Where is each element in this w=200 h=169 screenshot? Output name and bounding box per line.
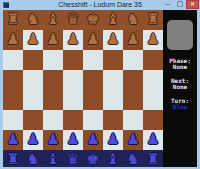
piece-brown-pawn: ♟	[26, 30, 39, 49]
square-d8[interactable]: ♛	[63, 10, 83, 30]
minimize-button[interactable]: –	[162, 0, 174, 9]
square-a3[interactable]	[3, 110, 23, 130]
square-b8[interactable]: ♞	[23, 10, 43, 30]
piece-brown-rook: ♜	[146, 10, 159, 29]
piece-blue-queen: ♛	[66, 150, 79, 167]
square-f6[interactable]	[103, 50, 123, 70]
piece-brown-pawn: ♟	[6, 30, 19, 49]
piece-blue-pawn: ♟	[106, 130, 119, 149]
piece-blue-rook: ♜	[6, 150, 19, 167]
piece-blue-knight: ♞	[26, 150, 39, 167]
square-a8[interactable]: ♜	[3, 10, 23, 30]
piece-brown-bishop: ♝	[46, 10, 59, 29]
square-c5[interactable]	[43, 70, 63, 90]
piece-blue-rook: ♜	[146, 150, 159, 167]
piece-blue-pawn: ♟	[66, 130, 79, 149]
square-b7[interactable]: ♟	[23, 30, 43, 50]
square-a5[interactable]	[3, 70, 23, 90]
square-g8[interactable]: ♞	[123, 10, 143, 30]
square-g4[interactable]	[123, 90, 143, 110]
square-h8[interactable]: ♜	[143, 10, 163, 30]
piece-brown-bishop: ♝	[106, 10, 119, 29]
phase-status: Phase: None	[169, 58, 191, 70]
chess-board: ♜♞♝♛♚♝♞♜♟♟♟♟♟♟♟♟♟♟♟♟♟♟♟♟♜♞♝♛♚♝♞♜	[3, 10, 163, 167]
phase-value: None	[169, 64, 191, 70]
piece-blue-bishop: ♝	[46, 150, 59, 167]
piece-blue-king: ♚	[86, 150, 99, 167]
piece-blue-pawn: ♟	[26, 130, 39, 149]
square-c4[interactable]	[43, 90, 63, 110]
square-d4[interactable]	[63, 90, 83, 110]
square-e6[interactable]	[83, 50, 103, 70]
square-g1[interactable]: ♞	[123, 150, 143, 167]
next-status: Next: None	[171, 78, 189, 90]
piece-blue-knight: ♞	[126, 150, 139, 167]
piece-blue-pawn: ♟	[126, 130, 139, 149]
square-h5[interactable]	[143, 70, 163, 90]
square-c3[interactable]	[43, 110, 63, 130]
square-c2[interactable]: ♟	[43, 130, 63, 150]
piece-blue-pawn: ♟	[46, 130, 59, 149]
piece-brown-pawn: ♟	[86, 30, 99, 49]
square-c8[interactable]: ♝	[43, 10, 63, 30]
piece-brown-pawn: ♟	[46, 30, 59, 49]
square-h4[interactable]	[143, 90, 163, 110]
square-h1[interactable]: ♜	[143, 150, 163, 167]
turn-value: Blue	[171, 104, 189, 110]
square-e3[interactable]	[83, 110, 103, 130]
piece-blue-pawn: ♟	[86, 130, 99, 149]
piece-preview-swatch	[167, 20, 193, 50]
square-c6[interactable]	[43, 50, 63, 70]
square-g5[interactable]	[123, 70, 143, 90]
next-value: None	[171, 84, 189, 90]
piece-brown-pawn: ♟	[106, 30, 119, 49]
square-b5[interactable]	[23, 70, 43, 90]
square-d6[interactable]	[63, 50, 83, 70]
title-bar[interactable]: Chesshift - Ludum Dare 35 – ▢ ✕	[0, 0, 200, 10]
piece-brown-rook: ♜	[6, 10, 19, 29]
square-b4[interactable]	[23, 90, 43, 110]
square-h7[interactable]: ♟	[143, 30, 163, 50]
square-d1[interactable]: ♛	[63, 150, 83, 167]
square-e2[interactable]: ♟	[83, 130, 103, 150]
square-f3[interactable]	[103, 110, 123, 130]
square-e5[interactable]	[83, 70, 103, 90]
piece-brown-queen: ♛	[66, 10, 79, 29]
square-a6[interactable]	[3, 50, 23, 70]
piece-blue-pawn: ♟	[146, 130, 159, 149]
app-window: Chesshift - Ludum Dare 35 – ▢ ✕ ♜♞♝♛♚♝♞♜…	[0, 0, 200, 169]
square-f1[interactable]: ♝	[103, 150, 123, 167]
square-f5[interactable]	[103, 70, 123, 90]
square-a1[interactable]: ♜	[3, 150, 23, 167]
piece-brown-knight: ♞	[126, 10, 139, 29]
square-c7[interactable]: ♟	[43, 30, 63, 50]
square-e4[interactable]	[83, 90, 103, 110]
square-f8[interactable]: ♝	[103, 10, 123, 30]
window-controls: – ▢ ✕	[162, 0, 199, 9]
square-a7[interactable]: ♟	[3, 30, 23, 50]
piece-brown-knight: ♞	[26, 10, 39, 29]
square-g3[interactable]	[123, 110, 143, 130]
maximize-button[interactable]: ▢	[174, 0, 186, 9]
square-d2[interactable]: ♟	[63, 130, 83, 150]
square-d7[interactable]: ♟	[63, 30, 83, 50]
piece-blue-pawn: ♟	[6, 130, 19, 149]
square-f4[interactable]	[103, 90, 123, 110]
piece-blue-bishop: ♝	[106, 150, 119, 167]
piece-brown-pawn: ♟	[146, 30, 159, 49]
side-panel: Phase: None Next: None Turn: Blue	[163, 10, 197, 167]
close-button[interactable]: ✕	[186, 0, 199, 9]
square-b6[interactable]	[23, 50, 43, 70]
square-c1[interactable]: ♝	[43, 150, 63, 167]
square-d3[interactable]	[63, 110, 83, 130]
square-h2[interactable]: ♟	[143, 130, 163, 150]
square-e7[interactable]: ♟	[83, 30, 103, 50]
square-h3[interactable]	[143, 110, 163, 130]
square-g6[interactable]	[123, 50, 143, 70]
square-h6[interactable]	[143, 50, 163, 70]
square-a4[interactable]	[3, 90, 23, 110]
square-b2[interactable]: ♟	[23, 130, 43, 150]
piece-brown-king: ♚	[86, 10, 99, 29]
square-g7[interactable]: ♟	[123, 30, 143, 50]
square-f2[interactable]: ♟	[103, 130, 123, 150]
square-a2[interactable]: ♟	[3, 130, 23, 150]
square-e1[interactable]: ♚	[83, 150, 103, 167]
turn-status: Turn: Blue	[171, 98, 189, 110]
square-e8[interactable]: ♚	[83, 10, 103, 30]
square-f7[interactable]: ♟	[103, 30, 123, 50]
piece-brown-pawn: ♟	[126, 30, 139, 49]
square-b1[interactable]: ♞	[23, 150, 43, 167]
square-g2[interactable]: ♟	[123, 130, 143, 150]
square-d5[interactable]	[63, 70, 83, 90]
piece-brown-pawn: ♟	[66, 30, 79, 49]
square-b3[interactable]	[23, 110, 43, 130]
window-content: ♜♞♝♛♚♝♞♜♟♟♟♟♟♟♟♟♟♟♟♟♟♟♟♟♜♞♝♛♚♝♞♜ Phase: …	[3, 10, 197, 167]
